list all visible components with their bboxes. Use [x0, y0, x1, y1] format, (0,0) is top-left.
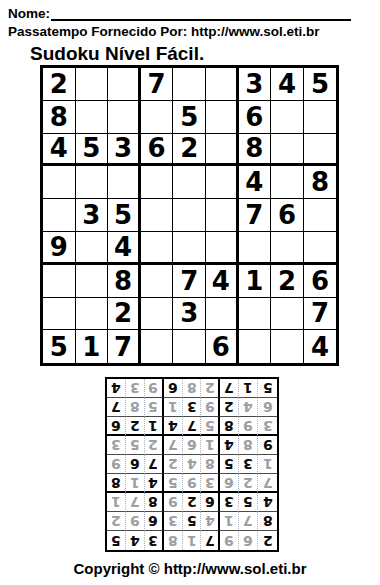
sudoku-cell-r5c5[interactable]	[173, 199, 206, 232]
solution-solved-digit: 5	[168, 476, 178, 490]
solution-cell: 2	[107, 512, 126, 531]
solution-solved-digit: 5	[205, 419, 215, 433]
solution-given-digit: 2	[224, 400, 234, 414]
solution-cell: 5	[145, 398, 164, 417]
solution-given-digit: 2	[263, 534, 273, 548]
solution-cell: 7	[145, 455, 164, 474]
solution-solved-digit: 9	[243, 419, 253, 433]
given-digit: 5	[50, 334, 68, 360]
given-digit: 9	[50, 234, 68, 260]
sudoku-cell-r9c5[interactable]	[173, 330, 206, 363]
solution-solved-digit: 7	[168, 438, 178, 452]
sudoku-cell-r9c8[interactable]	[271, 330, 304, 363]
solution-cell: 8	[145, 493, 164, 512]
puzzle-title: Sudoku Nível Fácil.	[30, 43, 372, 65]
solution-cell: 9	[220, 531, 239, 550]
solution-solved-digit: 4	[243, 400, 253, 414]
solution-solved-digit: 9	[111, 457, 121, 471]
solution-cell: 8	[239, 436, 258, 455]
sudoku-cell-r1c6[interactable]	[206, 68, 239, 101]
given-digit: 5	[114, 202, 132, 228]
solution-cell: 3	[183, 398, 202, 417]
solution-cell: 5	[164, 474, 183, 493]
sudoku-cell-r6c4[interactable]	[141, 232, 174, 265]
sudoku-cell-r6c2[interactable]	[76, 232, 109, 265]
solution-given-digit: 5	[187, 514, 197, 528]
solution-cell: 2	[145, 436, 164, 455]
solution-cell: 9	[239, 417, 258, 436]
sudoku-cell-r8c4[interactable]	[141, 298, 174, 331]
solution-cell: 8	[258, 512, 277, 531]
solution-cell: 7	[107, 398, 126, 417]
solution-solved-digit: 6	[263, 400, 273, 414]
sudoku-cell-r4c9[interactable]: 8	[304, 166, 337, 199]
solution-given-digit: 7	[205, 534, 215, 548]
solution-solved-digit: 3	[168, 514, 178, 528]
solution-solved-digit: 9	[205, 400, 215, 414]
name-label: Nome:	[8, 6, 50, 21]
sudoku-grid: 273458564536284835769487412623751764	[40, 65, 339, 366]
sudoku-cell-r7c9[interactable]: 6	[304, 265, 337, 298]
solution-cell: 8	[201, 455, 220, 474]
sudoku-cell-r5c8[interactable]: 6	[271, 199, 304, 232]
solution-grid: 4396827157851392466214758933527614899672…	[105, 377, 279, 552]
solution-cell: 6	[126, 455, 145, 474]
solution-given-digit: 6	[168, 381, 178, 395]
solution-solved-digit: 3	[263, 419, 273, 433]
solution-given-digit: 1	[243, 381, 253, 395]
solution-cell: 9	[183, 474, 202, 493]
given-digit: 7	[245, 202, 263, 228]
sudoku-cell-r5c3[interactable]: 5	[108, 199, 141, 232]
solution-cell: 4	[239, 398, 258, 417]
sudoku-cell-r8c8[interactable]	[271, 298, 304, 331]
solution-solved-digit: 7	[243, 514, 253, 528]
name-fill-in-line[interactable]	[51, 5, 351, 21]
sudoku-cell-r6c9[interactable]	[304, 232, 337, 265]
sudoku-cell-r6c3[interactable]: 4	[108, 232, 141, 265]
given-digit: 4	[245, 169, 263, 195]
given-digit: 7	[311, 300, 329, 326]
solution-given-digit: 5	[111, 534, 121, 548]
sudoku-cell-r3c8[interactable]	[271, 134, 304, 167]
sudoku-cell-r2c5[interactable]: 5	[173, 101, 206, 134]
solution-cell: 5	[107, 531, 126, 550]
given-digit: 7	[148, 71, 166, 97]
solution-given-digit: 2	[187, 495, 197, 509]
sudoku-cell-r3c2[interactable]: 5	[76, 134, 109, 167]
solution-solved-digit: 9	[224, 534, 234, 548]
sudoku-cell-r3c9[interactable]	[304, 134, 337, 167]
solution-cell: 8	[220, 417, 239, 436]
solution-solved-digit: 3	[205, 476, 215, 490]
sudoku-cell-r3c5[interactable]: 2	[173, 134, 206, 167]
sudoku-cell-r9c6[interactable]: 6	[206, 330, 239, 363]
sudoku-cell-r4c6[interactable]	[206, 166, 239, 199]
sudoku-cell-r6c7[interactable]	[239, 232, 272, 265]
given-digit: 3	[245, 71, 263, 97]
sudoku-cell-r4c4[interactable]	[141, 166, 174, 199]
solution-solved-digit: 5	[148, 400, 158, 414]
sudoku-cell-r5c7[interactable]: 7	[239, 199, 272, 232]
sudoku-cell-r9c3[interactable]: 7	[108, 330, 141, 363]
solution-given-digit: 5	[243, 495, 253, 509]
given-digit: 7	[180, 268, 198, 294]
sudoku-cell-r4c1[interactable]	[43, 166, 76, 199]
solution-cell: 3	[126, 379, 145, 398]
sudoku-cell-r1c8[interactable]: 4	[271, 68, 304, 101]
solution-cell: 7	[183, 417, 202, 436]
solution-given-digit: 7	[111, 400, 121, 414]
sudoku-cell-r7c8[interactable]: 2	[271, 265, 304, 298]
solution-given-digit: 9	[263, 438, 273, 452]
sudoku-cell-r1c5[interactable]	[173, 68, 206, 101]
copyright-text: Copyright © http://www.sol.eti.br	[0, 560, 380, 577]
sudoku-cell-r9c7[interactable]	[239, 330, 272, 363]
given-digit: 4	[311, 334, 329, 360]
solution-cell: 6	[258, 398, 277, 417]
given-digit: 4	[212, 268, 230, 294]
sudoku-cell-r4c8[interactable]	[271, 166, 304, 199]
solution-given-digit: 6	[148, 514, 158, 528]
solution-cell: 3	[145, 531, 164, 550]
given-digit: 2	[180, 135, 198, 161]
solution-solved-digit: 9	[148, 381, 158, 395]
solution-cell: 2	[183, 493, 202, 512]
solution-cell: 7	[258, 474, 277, 493]
given-digit: 6	[278, 202, 296, 228]
solution-cell: 6	[107, 417, 126, 436]
sudoku-cell-r5c4[interactable]	[141, 199, 174, 232]
solution-given-digit: 4	[224, 438, 234, 452]
solution-cell: 4	[220, 436, 239, 455]
solution-solved-digit: 8	[130, 400, 140, 414]
solution-cell: 2	[201, 379, 220, 398]
solution-cell: 8	[107, 474, 126, 493]
given-digit: 5	[82, 135, 100, 161]
given-digit: 2	[50, 71, 68, 97]
solution-cell: 7	[201, 531, 220, 550]
sudoku-cell-r7c7[interactable]: 1	[239, 265, 272, 298]
solution-cell: 7	[164, 436, 183, 455]
solution-solved-digit: 2	[148, 438, 158, 452]
solution-cell: 3	[107, 436, 126, 455]
solution-cell: 9	[145, 379, 164, 398]
sudoku-cell-r8c3[interactable]: 2	[108, 298, 141, 331]
solution-solved-digit: 7	[130, 495, 140, 509]
given-digit: 3	[114, 135, 132, 161]
solution-solved-digit: 1	[205, 438, 215, 452]
solution-cell: 6	[164, 379, 183, 398]
sudoku-cell-r6c5[interactable]	[173, 232, 206, 265]
sudoku-cell-r7c2[interactable]	[76, 265, 109, 298]
sudoku-cell-r8c6[interactable]	[206, 298, 239, 331]
given-digit: 6	[245, 104, 263, 130]
sudoku-cell-r4c5[interactable]	[173, 166, 206, 199]
sudoku-cell-r5c9[interactable]	[304, 199, 337, 232]
sudoku-cell-r2c1[interactable]: 8	[43, 101, 76, 134]
solution-given-digit: 8	[111, 476, 121, 490]
given-digit: 6	[148, 135, 166, 161]
solution-given-digit: 8	[224, 419, 234, 433]
sudoku-cell-r3c1[interactable]: 4	[43, 134, 76, 167]
given-digit: 3	[82, 202, 100, 228]
sudoku-cell-r9c9[interactable]: 4	[304, 330, 337, 363]
solution-cell: 8	[164, 531, 183, 550]
solution-cell: 9	[201, 398, 220, 417]
solution-cell: 5	[183, 512, 202, 531]
sudoku-cell-r2c7[interactable]: 6	[239, 101, 272, 134]
solution-given-digit: 6	[130, 457, 140, 471]
solution-solved-digit: 1	[224, 514, 234, 528]
solution-cell: 2	[239, 474, 258, 493]
solution-cell: 7	[220, 379, 239, 398]
solution-solved-digit: 9	[187, 476, 197, 490]
solution-cell: 9	[107, 455, 126, 474]
sudoku-cell-r9c2[interactable]: 1	[76, 330, 109, 363]
solution-cell: 2	[220, 398, 239, 417]
solution-solved-digit: 8	[205, 457, 215, 471]
solution-cell: 3	[239, 455, 258, 474]
solution-given-digit: 4	[148, 476, 158, 490]
sudoku-cell-r8c1[interactable]	[43, 298, 76, 331]
sudoku-worksheet-page: { "game": "sudoku", "position": "2..7..3…	[0, 0, 380, 585]
solution-cell: 1	[258, 455, 277, 474]
sudoku-cell-r1c2[interactable]	[76, 68, 109, 101]
sudoku-cell-r1c9[interactable]: 5	[304, 68, 337, 101]
solution-solved-digit: 6	[224, 476, 234, 490]
solution-cell: 6	[145, 512, 164, 531]
solution-cell: 9	[126, 512, 145, 531]
solution-solved-digit: 2	[205, 381, 215, 395]
given-digit: 4	[114, 234, 132, 260]
solution-given-digit: 1	[148, 419, 158, 433]
solution-given-digit: 4	[263, 495, 273, 509]
solution-cell: 4	[107, 379, 126, 398]
given-digit: 1	[245, 268, 263, 294]
solution-cell: 8	[126, 398, 145, 417]
given-digit: 5	[180, 104, 198, 130]
solution-cell: 1	[220, 512, 239, 531]
solution-solved-digit: 4	[205, 514, 215, 528]
given-digit: 6	[311, 268, 329, 294]
solution-solved-digit: 8	[243, 438, 253, 452]
solution-given-digit: 2	[130, 419, 140, 433]
sudoku-cell-r5c6[interactable]	[206, 199, 239, 232]
sudoku-cell-r1c4[interactable]: 7	[141, 68, 174, 101]
sudoku-cell-r6c6[interactable]	[206, 232, 239, 265]
solution-cell: 8	[183, 379, 202, 398]
sudoku-cell-r7c3[interactable]: 8	[108, 265, 141, 298]
solution-given-digit: 6	[205, 495, 215, 509]
solution-cell: 1	[164, 398, 183, 417]
solution-given-digit: 5	[224, 457, 234, 471]
sudoku-cell-r8c5[interactable]: 3	[173, 298, 206, 331]
solution-solved-digit: 6	[187, 438, 197, 452]
sudoku-cell-r3c4[interactable]: 6	[141, 134, 174, 167]
given-digit: 3	[180, 300, 198, 326]
solution-solved-digit: 9	[168, 495, 178, 509]
solution-solved-digit: 9	[130, 514, 140, 528]
solution-solved-digit: 2	[243, 476, 253, 490]
solution-cell: 6	[201, 493, 220, 512]
sudoku-cell-r9c4[interactable]	[141, 330, 174, 363]
name-row: Nome:	[8, 4, 372, 21]
sudoku-cell-r8c2[interactable]	[76, 298, 109, 331]
provided-by-text: Passatempo Fornecido Por: http://www.sol…	[8, 24, 372, 39]
solution-cell: 9	[164, 493, 183, 512]
sudoku-cell-r4c3[interactable]	[108, 166, 141, 199]
given-digit: 8	[245, 135, 263, 161]
sudoku-cell-r9c1[interactable]: 5	[43, 330, 76, 363]
solution-cell: 5	[201, 417, 220, 436]
sudoku-cell-r7c6[interactable]: 4	[206, 265, 239, 298]
solution-cell: 4	[183, 455, 202, 474]
given-digit: 4	[50, 135, 68, 161]
given-digit: 8	[114, 268, 132, 294]
sudoku-cell-r6c1[interactable]: 9	[43, 232, 76, 265]
sudoku-cell-r3c7[interactable]: 8	[239, 134, 272, 167]
sudoku-cell-r4c2[interactable]	[76, 166, 109, 199]
sudoku-cell-r5c1[interactable]	[43, 199, 76, 232]
given-digit: 8	[311, 169, 329, 195]
sudoku-cell-r1c3[interactable]	[108, 68, 141, 101]
solution-solved-digit: 1	[187, 534, 197, 548]
sudoku-cell-r8c7[interactable]	[239, 298, 272, 331]
solution-given-digit: 4	[111, 381, 121, 395]
solution-given-digit: 4	[168, 419, 178, 433]
sudoku-cell-r7c1[interactable]	[43, 265, 76, 298]
solution-solved-digit: 8	[168, 534, 178, 548]
sudoku-cell-r7c5[interactable]: 7	[173, 265, 206, 298]
solution-solved-digit: 2	[168, 457, 178, 471]
sudoku-cell-r1c7[interactable]: 3	[239, 68, 272, 101]
solution-solved-digit: 5	[130, 438, 140, 452]
solution-solved-digit: 8	[187, 381, 197, 395]
solution-given-digit: 3	[243, 457, 253, 471]
sudoku-cell-r2c8[interactable]	[271, 101, 304, 134]
solution-cell: 2	[258, 531, 277, 550]
given-digit: 2	[278, 268, 296, 294]
solution-cell: 4	[126, 531, 145, 550]
solution-cell: 7	[239, 512, 258, 531]
solution-cell: 6	[239, 531, 258, 550]
sudoku-cell-r4c7[interactable]: 4	[239, 166, 272, 199]
sudoku-cell-r7c4[interactable]	[141, 265, 174, 298]
solution-given-digit: 7	[187, 419, 197, 433]
given-digit: 6	[212, 334, 230, 360]
solution-cell: 4	[201, 512, 220, 531]
solution-given-digit: 6	[111, 419, 121, 433]
sudoku-cell-r2c2[interactable]	[76, 101, 109, 134]
solution-cell: 3	[201, 474, 220, 493]
solution-given-digit: 7	[148, 457, 158, 471]
solution-cell: 5	[239, 493, 258, 512]
worksheet-header: Nome: Passatempo Fornecido Por: http://w…	[8, 4, 372, 65]
solution-solved-digit: 1	[168, 400, 178, 414]
sudoku-cell-r2c9[interactable]	[304, 101, 337, 134]
given-digit: 4	[278, 71, 296, 97]
solution-cell: 7	[126, 493, 145, 512]
solution-cell: 6	[220, 474, 239, 493]
solution-solved-digit: 3	[130, 381, 140, 395]
given-digit: 8	[50, 104, 68, 130]
solution-cell: 1	[201, 436, 220, 455]
solution-cell: 2	[126, 417, 145, 436]
solution-cell: 1	[126, 474, 145, 493]
solution-cell: 1	[145, 417, 164, 436]
solution-given-digit: 3	[224, 495, 234, 509]
sudoku-cell-r6c8[interactable]	[271, 232, 304, 265]
solution-cell: 3	[220, 493, 239, 512]
solution-cell: 6	[183, 436, 202, 455]
solution-cell: 3	[164, 512, 183, 531]
given-digit: 5	[311, 71, 329, 97]
solution-given-digit: 3	[148, 534, 158, 548]
solution-solved-digit: 2	[111, 514, 121, 528]
sudoku-cell-r3c3[interactable]: 3	[108, 134, 141, 167]
sudoku-cell-r5c2[interactable]: 3	[76, 199, 109, 232]
solution-cell: 4	[145, 474, 164, 493]
solution-given-digit: 5	[263, 381, 273, 395]
solution-solved-digit: 6	[243, 534, 253, 548]
solution-cell: 5	[126, 436, 145, 455]
solution-solved-digit: 7	[263, 476, 273, 490]
solution-given-digit: 3	[187, 400, 197, 414]
sudoku-cell-r3c6[interactable]	[206, 134, 239, 167]
solution-cell: 2	[164, 455, 183, 474]
solution-cell: 1	[107, 493, 126, 512]
solution-cell: 5	[258, 379, 277, 398]
solution-cell: 4	[258, 493, 277, 512]
solution-given-digit: 4	[130, 534, 140, 548]
solution-cell: 3	[258, 417, 277, 436]
solution-given-digit: 8	[263, 514, 273, 528]
given-digit: 2	[114, 300, 132, 326]
solution-given-digit: 7	[224, 381, 234, 395]
solution-cell: 5	[220, 455, 239, 474]
solution-cell: 4	[164, 417, 183, 436]
solution-solved-digit: 1	[111, 495, 121, 509]
sudoku-cell-r8c9[interactable]: 7	[304, 298, 337, 331]
solution-solved-digit: 1	[130, 476, 140, 490]
sudoku-cell-r2c4[interactable]	[141, 101, 174, 134]
sudoku-cell-r2c3[interactable]	[108, 101, 141, 134]
given-digit: 7	[114, 334, 132, 360]
solution-given-digit: 8	[148, 495, 158, 509]
given-digit: 1	[82, 334, 100, 360]
solution-solved-digit: 3	[111, 438, 121, 452]
solution-cell: 1	[183, 531, 202, 550]
solution-solved-digit: 4	[187, 457, 197, 471]
solution-cell: 1	[239, 379, 258, 398]
sudoku-cell-r2c6[interactable]	[206, 101, 239, 134]
solution-cell: 9	[258, 436, 277, 455]
sudoku-cell-r1c1[interactable]: 2	[43, 68, 76, 101]
solution-solved-digit: 1	[263, 457, 273, 471]
